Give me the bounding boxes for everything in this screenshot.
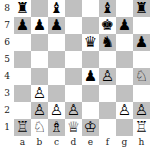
black-pawn-piece[interactable]: ♟ xyxy=(14,17,31,34)
black-bishop-piece[interactable]: ♝ xyxy=(48,0,65,17)
white-knight-piece[interactable]: ♘ xyxy=(133,68,150,85)
square-f1[interactable] xyxy=(99,119,116,136)
square-e4[interactable]: ♟ xyxy=(82,68,99,85)
white-rook-piece[interactable]: ♖ xyxy=(14,119,31,136)
square-d3[interactable] xyxy=(65,85,82,102)
file-label-g: g xyxy=(116,136,133,149)
rank-label-7: 7 xyxy=(0,17,14,34)
rank-label-8: 8 xyxy=(0,0,14,17)
square-f3[interactable] xyxy=(99,85,116,102)
black-pawn-piece[interactable]: ♟ xyxy=(116,17,133,34)
black-pawn-piece[interactable]: ♟ xyxy=(133,34,150,51)
white-pawn-piece[interactable]: ♙ xyxy=(116,102,133,119)
square-f2[interactable] xyxy=(99,102,116,119)
square-e5[interactable] xyxy=(82,51,99,68)
square-c7[interactable]: ♟ xyxy=(48,17,65,34)
white-pawn-piece[interactable]: ♙ xyxy=(133,102,150,119)
square-d8[interactable] xyxy=(65,0,82,17)
square-f4[interactable]: ♙ xyxy=(99,68,116,85)
white-pawn-piece[interactable]: ♙ xyxy=(65,102,82,119)
white-pawn-piece[interactable]: ♙ xyxy=(48,102,65,119)
square-a6[interactable] xyxy=(14,34,31,51)
square-d5[interactable] xyxy=(65,51,82,68)
file-label-d: d xyxy=(65,136,82,149)
rank-label-4: 4 xyxy=(0,68,14,85)
white-knight-piece[interactable]: ♘ xyxy=(31,119,48,136)
square-a2[interactable] xyxy=(14,102,31,119)
white-pawn-piece[interactable]: ♙ xyxy=(31,85,48,102)
square-b7[interactable]: ♟ xyxy=(31,17,48,34)
square-f6[interactable]: ♞ xyxy=(99,34,116,51)
file-label-f: f xyxy=(99,136,116,149)
file-label-b: b xyxy=(31,136,48,149)
square-c5[interactable] xyxy=(48,51,65,68)
square-e7[interactable] xyxy=(82,17,99,34)
black-pawn-piece[interactable]: ♟ xyxy=(48,17,65,34)
white-rook-piece[interactable]: ♖ xyxy=(133,119,150,136)
white-king-piece[interactable]: ♔ xyxy=(82,119,99,136)
rank-labels: 87654321 xyxy=(0,0,14,136)
square-g1[interactable] xyxy=(116,119,133,136)
square-c4[interactable] xyxy=(48,68,65,85)
square-b2[interactable]: ♙ xyxy=(31,102,48,119)
white-pawn-piece[interactable]: ♙ xyxy=(99,68,116,85)
square-c3[interactable] xyxy=(48,85,65,102)
square-h5[interactable] xyxy=(133,51,150,68)
square-b5[interactable] xyxy=(31,51,48,68)
square-a5[interactable] xyxy=(14,51,31,68)
square-d4[interactable] xyxy=(65,68,82,85)
square-f7[interactable]: ♚ xyxy=(99,17,116,34)
square-d2[interactable]: ♙ xyxy=(65,102,82,119)
black-king-piece[interactable]: ♚ xyxy=(99,17,116,34)
black-knight-piece[interactable]: ♞ xyxy=(99,34,116,51)
chess-board: ♜♝♝♜♟♟♟♚♟♛♞♟♟♙♘♙♙♙♙♙♙♖♘♗♕♔♖ xyxy=(14,0,150,136)
square-g5[interactable] xyxy=(116,51,133,68)
square-h4[interactable]: ♘ xyxy=(133,68,150,85)
square-e8[interactable] xyxy=(82,0,99,17)
square-h3[interactable] xyxy=(133,85,150,102)
black-rook-piece[interactable]: ♜ xyxy=(14,0,31,17)
square-e2[interactable] xyxy=(82,102,99,119)
square-h7[interactable] xyxy=(133,17,150,34)
square-d6[interactable] xyxy=(65,34,82,51)
chess-diagram: 87654321 ♜♝♝♜♟♟♟♚♟♛♞♟♟♙♘♙♙♙♙♙♙♖♘♗♕♔♖ abc… xyxy=(0,0,151,149)
file-label-c: c xyxy=(48,136,65,149)
square-a1[interactable]: ♖ xyxy=(14,119,31,136)
square-a8[interactable]: ♜ xyxy=(14,0,31,17)
black-bishop-piece[interactable]: ♝ xyxy=(99,0,116,17)
white-pawn-piece[interactable]: ♙ xyxy=(31,102,48,119)
square-b6[interactable] xyxy=(31,34,48,51)
file-label-h: h xyxy=(133,136,150,149)
square-g7[interactable]: ♟ xyxy=(116,17,133,34)
rank-label-6: 6 xyxy=(0,34,14,51)
square-b3[interactable]: ♙ xyxy=(31,85,48,102)
square-c2[interactable]: ♙ xyxy=(48,102,65,119)
square-h6[interactable]: ♟ xyxy=(133,34,150,51)
square-g4[interactable] xyxy=(116,68,133,85)
square-g6[interactable] xyxy=(116,34,133,51)
rank-label-2: 2 xyxy=(0,102,14,119)
file-label-a: a xyxy=(14,136,31,149)
white-bishop-piece[interactable]: ♗ xyxy=(48,119,65,136)
square-c1[interactable]: ♗ xyxy=(48,119,65,136)
square-f8[interactable]: ♝ xyxy=(99,0,116,17)
rank-label-3: 3 xyxy=(0,85,14,102)
black-rook-piece[interactable]: ♜ xyxy=(133,0,150,17)
square-g3[interactable] xyxy=(116,85,133,102)
square-h8[interactable]: ♜ xyxy=(133,0,150,17)
rank-label-5: 5 xyxy=(0,51,14,68)
black-pawn-piece[interactable]: ♟ xyxy=(82,68,99,85)
file-labels: abcdefgh xyxy=(14,136,150,149)
square-a4[interactable] xyxy=(14,68,31,85)
square-g2[interactable]: ♙ xyxy=(116,102,133,119)
square-e6[interactable]: ♛ xyxy=(82,34,99,51)
square-b4[interactable] xyxy=(31,68,48,85)
square-c8[interactable]: ♝ xyxy=(48,0,65,17)
file-label-e: e xyxy=(82,136,99,149)
square-b1[interactable]: ♘ xyxy=(31,119,48,136)
square-g8[interactable] xyxy=(116,0,133,17)
rank-label-1: 1 xyxy=(0,119,14,136)
square-a3[interactable] xyxy=(14,85,31,102)
square-e1[interactable]: ♔ xyxy=(82,119,99,136)
white-queen-piece[interactable]: ♕ xyxy=(65,119,82,136)
square-h1[interactable]: ♖ xyxy=(133,119,150,136)
black-pawn-piece[interactable]: ♟ xyxy=(31,17,48,34)
square-b8[interactable] xyxy=(31,0,48,17)
corner-spacer xyxy=(0,136,14,149)
square-d7[interactable] xyxy=(65,17,82,34)
square-h2[interactable]: ♙ xyxy=(133,102,150,119)
square-a7[interactable]: ♟ xyxy=(14,17,31,34)
square-d1[interactable]: ♕ xyxy=(65,119,82,136)
black-queen-piece[interactable]: ♛ xyxy=(82,34,99,51)
square-f5[interactable] xyxy=(99,51,116,68)
square-e3[interactable] xyxy=(82,85,99,102)
square-c6[interactable] xyxy=(48,34,65,51)
